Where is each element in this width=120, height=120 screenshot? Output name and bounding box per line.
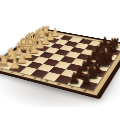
square-h8[interactable]: ♜ bbox=[80, 81, 98, 91]
black-rook-h8[interactable]: ♜ bbox=[80, 73, 94, 89]
white-pawn-h2[interactable]: ♟ bbox=[8, 57, 21, 70]
photo-background: ♜♟♟♜♞♟♟♞♝♟♟♝♛♟♟♛♚♟♟♚♝♟♟♝♞♟♟♞♜♟♟♜ 1a2b3c4… bbox=[0, 0, 120, 120]
